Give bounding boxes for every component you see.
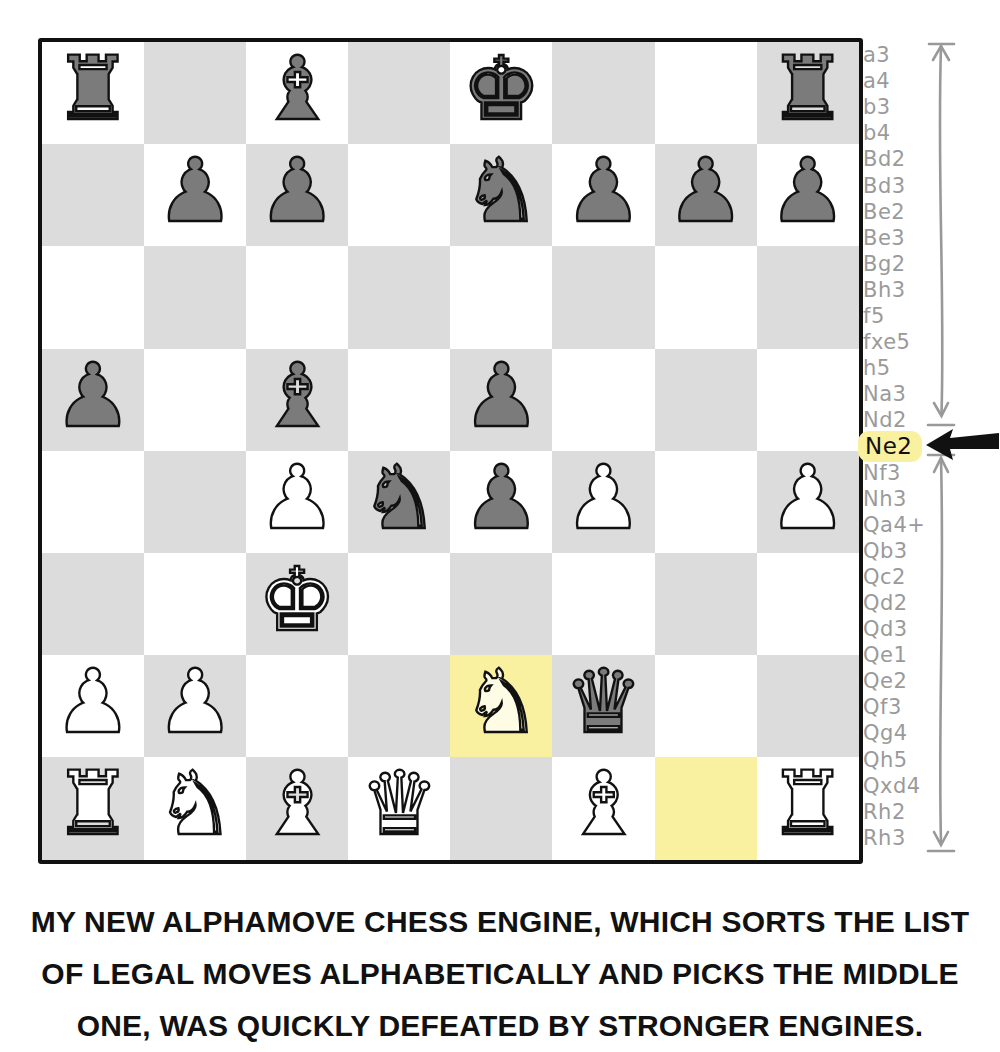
- piece-g7-bP: ♟: [666, 147, 745, 235]
- square-b1: ♞: [144, 757, 246, 859]
- square-e3: [450, 553, 552, 655]
- square-g5: [655, 349, 757, 451]
- move-item-Qe2: Qe2: [858, 668, 978, 694]
- move-item-Bd2: Bd2: [858, 146, 978, 172]
- square-h6: [757, 246, 859, 348]
- move-item-Qg4: Qg4: [858, 720, 978, 746]
- square-d6: [348, 246, 450, 348]
- square-c2: [246, 655, 348, 757]
- square-f6: [552, 246, 654, 348]
- piece-a8-bR: ♜: [54, 45, 133, 133]
- piece-b2-wP: ♟: [156, 658, 235, 746]
- piece-c3-wK: ♚: [258, 556, 337, 644]
- piece-h7-bP: ♟: [768, 147, 847, 235]
- move-item-Nh3: Nh3: [858, 486, 978, 512]
- square-h5: [757, 349, 859, 451]
- move-list: a3a4b3b4Bd2Bd3Be2Be3Bg2Bh3f5fxe5h5Na3Nd2…: [858, 42, 978, 851]
- square-a6: [42, 246, 144, 348]
- move-item-h5: h5: [858, 355, 978, 381]
- move-item-Qd3: Qd3: [858, 616, 978, 642]
- chess-board-frame: ♜♝♚♜♟♟♞♟♟♟♟♝♟♟♞♟♟♟♚♟♟♞♛♜♞♝♛♝♜: [38, 38, 863, 864]
- move-item-Qd2: Qd2: [858, 590, 978, 616]
- square-h4: ♟: [757, 451, 859, 553]
- piece-d1-wQ: ♛: [360, 760, 439, 848]
- piece-e8-bK: ♚: [462, 45, 541, 133]
- piece-h4-wP: ♟: [768, 454, 847, 542]
- square-b8: [144, 42, 246, 144]
- piece-a1-wR: ♜: [54, 760, 133, 848]
- piece-d4-bN: ♞: [360, 454, 439, 542]
- move-item-a3: a3: [858, 42, 978, 68]
- square-b4: [144, 451, 246, 553]
- square-c3: ♚: [246, 553, 348, 655]
- square-d4: ♞: [348, 451, 450, 553]
- square-h3: [757, 553, 859, 655]
- piece-f7-bP: ♟: [564, 147, 643, 235]
- piece-e7-bN: ♞: [462, 147, 541, 235]
- move-item-Nd2: Nd2: [858, 407, 978, 433]
- square-a8: ♜: [42, 42, 144, 144]
- piece-a2-wP: ♟: [54, 658, 133, 746]
- selected-move-pill: Ne2: [858, 431, 922, 462]
- move-item-Nf3: Nf3: [858, 460, 978, 486]
- square-h2: [757, 655, 859, 757]
- caption-line-1: MY NEW ALPHAMOVE CHESS ENGINE, WHICH SOR…: [0, 896, 1000, 948]
- piece-f2-bQ: ♛: [564, 658, 643, 746]
- square-f8: [552, 42, 654, 144]
- move-item-Qa4check: Qa4+: [858, 512, 978, 538]
- piece-f1-wB: ♝: [564, 760, 643, 848]
- square-g1: [655, 757, 757, 859]
- piece-f4-wP: ♟: [564, 454, 643, 542]
- square-e7: ♞: [450, 144, 552, 246]
- move-item-Be2: Be2: [858, 199, 978, 225]
- square-d7: [348, 144, 450, 246]
- square-g8: [655, 42, 757, 144]
- move-item-fe5: fxe5: [858, 329, 978, 355]
- square-d2: [348, 655, 450, 757]
- square-b7: ♟: [144, 144, 246, 246]
- square-d1: ♛: [348, 757, 450, 859]
- piece-b7-bP: ♟: [156, 147, 235, 235]
- square-h8: ♜: [757, 42, 859, 144]
- move-item-Qc2: Qc2: [858, 564, 978, 590]
- move-item-Bg2: Bg2: [858, 251, 978, 277]
- move-item-f5: f5: [858, 303, 978, 329]
- move-item-Ne2: Ne2: [858, 433, 978, 459]
- square-d5: [348, 349, 450, 451]
- square-f5: [552, 349, 654, 451]
- square-b5: [144, 349, 246, 451]
- piece-h8-bR: ♜: [768, 45, 847, 133]
- piece-h1-wR: ♜: [768, 760, 847, 848]
- square-e1: [450, 757, 552, 859]
- square-f3: [552, 553, 654, 655]
- move-item-b3: b3: [858, 94, 978, 120]
- move-item-Qb3: Qb3: [858, 538, 978, 564]
- move-item-Qh5: Qh5: [858, 747, 978, 773]
- square-c4: ♟: [246, 451, 348, 553]
- square-c7: ♟: [246, 144, 348, 246]
- piece-e4-bP: ♟: [462, 454, 541, 542]
- move-item-Rh3: Rh3: [858, 825, 978, 851]
- square-h1: ♜: [757, 757, 859, 859]
- square-c8: ♝: [246, 42, 348, 144]
- square-e5: ♟: [450, 349, 552, 451]
- square-c1: ♝: [246, 757, 348, 859]
- caption-line-2: OF LEGAL MOVES ALPHABETICALLY AND PICKS …: [0, 948, 1000, 1000]
- move-item-Be3: Be3: [858, 225, 978, 251]
- comic-canvas: ♜♝♚♜♟♟♞♟♟♟♟♝♟♟♞♟♟♟♚♟♟♞♛♜♞♝♛♝♜ a3a4b3b4Bd…: [0, 0, 1000, 1052]
- square-b6: [144, 246, 246, 348]
- square-f4: ♟: [552, 451, 654, 553]
- square-a1: ♜: [42, 757, 144, 859]
- square-h7: ♟: [757, 144, 859, 246]
- move-item-Qd4: Qxd4: [858, 773, 978, 799]
- piece-b1-wN: ♞: [156, 760, 235, 848]
- square-g2: [655, 655, 757, 757]
- piece-e2-wN: ♞: [462, 658, 541, 746]
- move-item-Bd3: Bd3: [858, 172, 978, 198]
- move-item-Qf3: Qf3: [858, 694, 978, 720]
- square-e8: ♚: [450, 42, 552, 144]
- piece-c5-bB: ♝: [258, 352, 337, 440]
- square-f7: ♟: [552, 144, 654, 246]
- square-e6: [450, 246, 552, 348]
- square-a7: [42, 144, 144, 246]
- square-g6: [655, 246, 757, 348]
- square-a5: ♟: [42, 349, 144, 451]
- piece-a5-bP: ♟: [54, 352, 133, 440]
- piece-c1-wB: ♝: [258, 760, 337, 848]
- piece-c8-bB: ♝: [258, 45, 337, 133]
- move-item-Rh2: Rh2: [858, 799, 978, 825]
- square-c5: ♝: [246, 349, 348, 451]
- piece-c7-bP: ♟: [258, 147, 337, 235]
- move-item-Bh3: Bh3: [858, 277, 978, 303]
- chess-board: ♜♝♚♜♟♟♞♟♟♟♟♝♟♟♞♟♟♟♚♟♟♞♛♜♞♝♛♝♜: [42, 42, 859, 860]
- piece-e5-bP: ♟: [462, 352, 541, 440]
- move-item-Na3: Na3: [858, 381, 978, 407]
- square-a2: ♟: [42, 655, 144, 757]
- square-d3: [348, 553, 450, 655]
- caption-line-3: ONE, WAS QUICKLY DEFEATED BY STRONGER EN…: [0, 1000, 1000, 1052]
- square-a4: [42, 451, 144, 553]
- piece-c4-wP: ♟: [258, 454, 337, 542]
- square-f1: ♝: [552, 757, 654, 859]
- square-a3: [42, 553, 144, 655]
- square-g4: [655, 451, 757, 553]
- square-g7: ♟: [655, 144, 757, 246]
- caption: MY NEW ALPHAMOVE CHESS ENGINE, WHICH SOR…: [0, 896, 1000, 1052]
- square-b3: [144, 553, 246, 655]
- square-b2: ♟: [144, 655, 246, 757]
- move-item-a4: a4: [858, 68, 978, 94]
- move-item-Qe1: Qe1: [858, 642, 978, 668]
- square-g3: [655, 553, 757, 655]
- move-item-b4: b4: [858, 120, 978, 146]
- square-e2: ♞: [450, 655, 552, 757]
- square-c6: [246, 246, 348, 348]
- square-d8: [348, 42, 450, 144]
- square-f2: ♛: [552, 655, 654, 757]
- square-e4: ♟: [450, 451, 552, 553]
